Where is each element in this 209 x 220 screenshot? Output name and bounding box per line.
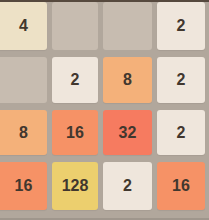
2048-board[interactable]: 4228281632216128216: [0, 0, 209, 220]
tile-128: 128: [52, 162, 98, 210]
tile-2: 2: [157, 2, 205, 50]
empty-cell: [52, 2, 98, 50]
tile-16: 16: [52, 110, 98, 155]
board-top-edge: [0, 0, 209, 2]
tile-32: 32: [103, 110, 152, 155]
tile-2: 2: [103, 162, 152, 210]
tile-2: 2: [52, 57, 98, 103]
tile-8: 8: [103, 57, 152, 103]
tile-2: 2: [157, 110, 205, 155]
empty-cell: [103, 2, 152, 50]
tile-8: 8: [0, 110, 47, 155]
board-bottom-edge: [0, 218, 209, 220]
tile-grid: 4228281632216128216: [0, 2, 205, 210]
tile-16: 16: [157, 162, 205, 210]
tile-2: 2: [157, 57, 205, 103]
tile-4: 4: [0, 2, 47, 50]
tile-16: 16: [0, 162, 47, 210]
empty-cell: [0, 57, 47, 103]
